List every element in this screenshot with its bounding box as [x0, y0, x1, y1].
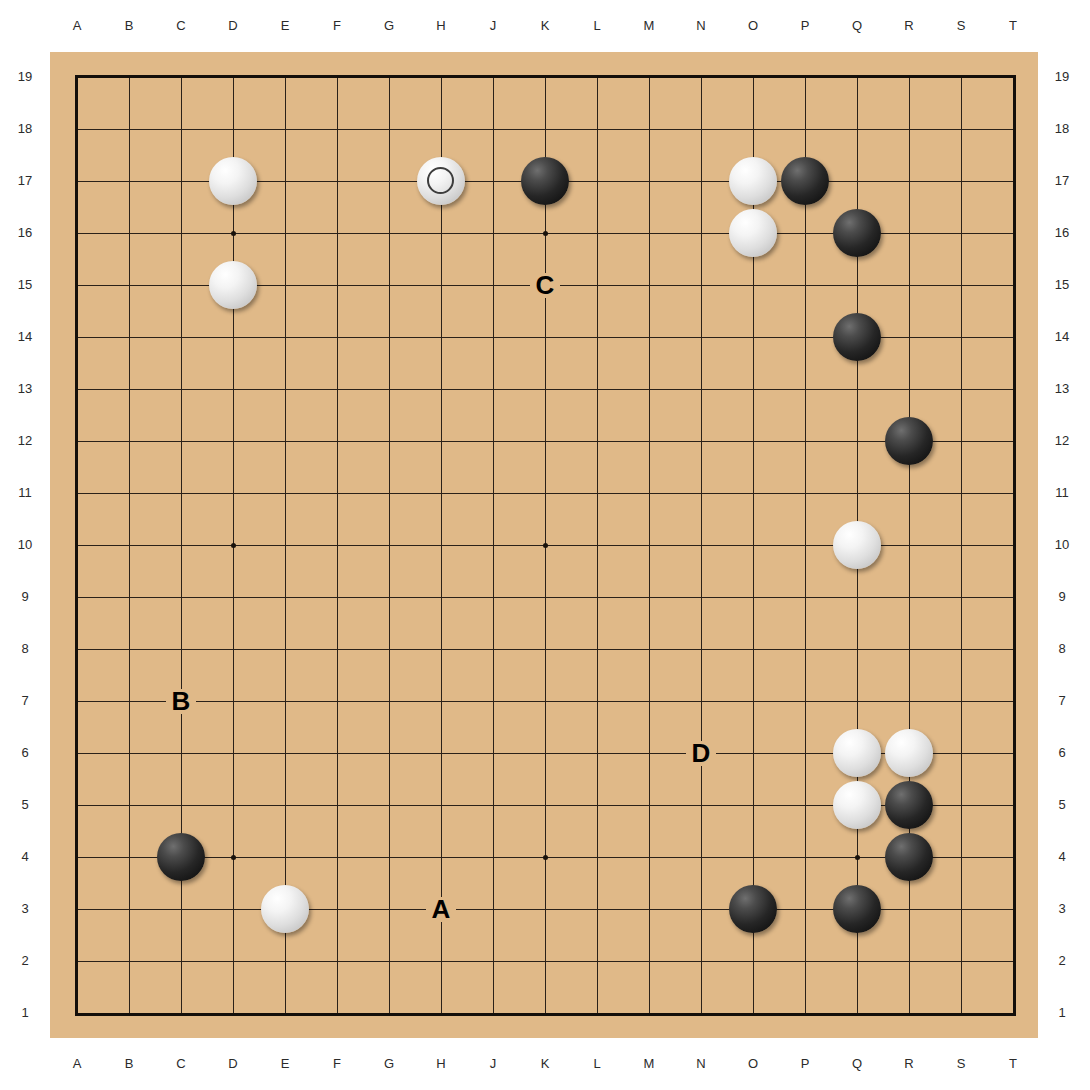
coord-bottom-j: J	[476, 1056, 510, 1072]
black-stone-r12[interactable]	[885, 417, 933, 465]
coord-top-t: T	[996, 18, 1030, 34]
black-stone-o3[interactable]	[729, 885, 777, 933]
black-stone-p17[interactable]	[781, 157, 829, 205]
coord-right-7: 7	[1045, 693, 1079, 709]
coord-top-j: J	[476, 18, 510, 34]
coord-bottom-m: M	[632, 1056, 666, 1072]
coord-right-6: 6	[1045, 745, 1079, 761]
coord-right-1: 1	[1045, 1005, 1079, 1021]
coord-top-h: H	[424, 18, 458, 34]
coord-bottom-o: O	[736, 1056, 770, 1072]
coord-right-4: 4	[1045, 849, 1079, 865]
coord-bottom-p: P	[788, 1056, 822, 1072]
coord-top-q: Q	[840, 18, 874, 34]
coord-left-19: 19	[8, 69, 42, 85]
coord-top-m: M	[632, 18, 666, 34]
coord-bottom-n: N	[684, 1056, 718, 1072]
black-stone-k17[interactable]	[521, 157, 569, 205]
coord-right-18: 18	[1045, 121, 1079, 137]
coord-right-3: 3	[1045, 901, 1079, 917]
coord-right-17: 17	[1045, 173, 1079, 189]
coord-left-2: 2	[8, 953, 42, 969]
white-stone-h17[interactable]	[417, 157, 465, 205]
variation-label-a[interactable]: A	[426, 897, 456, 922]
coord-left-7: 7	[8, 693, 42, 709]
coord-left-9: 9	[8, 589, 42, 605]
white-stone-o17[interactable]	[729, 157, 777, 205]
white-stone-q5[interactable]	[833, 781, 881, 829]
white-stone-o16[interactable]	[729, 209, 777, 257]
coord-left-15: 15	[8, 277, 42, 293]
hoshi-star-point	[231, 855, 236, 860]
coord-bottom-e: E	[268, 1056, 302, 1072]
coord-bottom-b: B	[112, 1056, 146, 1072]
board-cells-layer: ABCD	[51, 51, 1039, 1039]
coord-top-l: L	[580, 18, 614, 34]
coord-top-f: F	[320, 18, 354, 34]
coord-left-16: 16	[8, 225, 42, 241]
coord-right-16: 16	[1045, 225, 1079, 241]
coord-left-3: 3	[8, 901, 42, 917]
coord-left-17: 17	[8, 173, 42, 189]
go-diagram-page: ABCD AABBCCDDEEFFGGHHJJKKLLMMNNOOPPQQRRS…	[0, 0, 1090, 1090]
white-stone-q6[interactable]	[833, 729, 881, 777]
coord-top-c: C	[164, 18, 198, 34]
coord-top-n: N	[684, 18, 718, 34]
coord-right-19: 19	[1045, 69, 1079, 85]
coord-left-10: 10	[8, 537, 42, 553]
coord-left-6: 6	[8, 745, 42, 761]
black-stone-r4[interactable]	[885, 833, 933, 881]
white-stone-e3[interactable]	[261, 885, 309, 933]
coord-bottom-h: H	[424, 1056, 458, 1072]
coord-left-8: 8	[8, 641, 42, 657]
coord-bottom-s: S	[944, 1056, 978, 1072]
coord-top-p: P	[788, 18, 822, 34]
coord-right-2: 2	[1045, 953, 1079, 969]
black-stone-r5[interactable]	[885, 781, 933, 829]
hoshi-star-point	[855, 855, 860, 860]
coord-right-8: 8	[1045, 641, 1079, 657]
coord-right-13: 13	[1045, 381, 1079, 397]
coord-right-15: 15	[1045, 277, 1079, 293]
coord-left-14: 14	[8, 329, 42, 345]
coord-top-r: R	[892, 18, 926, 34]
coord-left-11: 11	[8, 485, 42, 501]
black-stone-q16[interactable]	[833, 209, 881, 257]
coord-right-5: 5	[1045, 797, 1079, 813]
coord-bottom-q: Q	[840, 1056, 874, 1072]
coord-right-11: 11	[1045, 485, 1079, 501]
last-move-circle-marker	[427, 167, 454, 194]
coord-bottom-t: T	[996, 1056, 1030, 1072]
white-stone-d17[interactable]	[209, 157, 257, 205]
hoshi-star-point	[231, 231, 236, 236]
coord-top-b: B	[112, 18, 146, 34]
white-stone-q10[interactable]	[833, 521, 881, 569]
coord-right-9: 9	[1045, 589, 1079, 605]
coord-left-4: 4	[8, 849, 42, 865]
coord-top-g: G	[372, 18, 406, 34]
coord-bottom-f: F	[320, 1056, 354, 1072]
coord-top-e: E	[268, 18, 302, 34]
coord-top-d: D	[216, 18, 250, 34]
white-stone-d15[interactable]	[209, 261, 257, 309]
variation-label-b[interactable]: B	[166, 689, 196, 714]
coord-right-14: 14	[1045, 329, 1079, 345]
coord-top-k: K	[528, 18, 562, 34]
hoshi-star-point	[543, 543, 548, 548]
coord-left-13: 13	[8, 381, 42, 397]
coord-top-s: S	[944, 18, 978, 34]
black-stone-c4[interactable]	[157, 833, 205, 881]
hoshi-star-point	[543, 855, 548, 860]
coord-left-18: 18	[8, 121, 42, 137]
coord-bottom-g: G	[372, 1056, 406, 1072]
white-stone-r6[interactable]	[885, 729, 933, 777]
coord-bottom-c: C	[164, 1056, 198, 1072]
coord-bottom-l: L	[580, 1056, 614, 1072]
coord-left-12: 12	[8, 433, 42, 449]
black-stone-q3[interactable]	[833, 885, 881, 933]
hoshi-star-point	[543, 231, 548, 236]
coord-bottom-k: K	[528, 1056, 562, 1072]
variation-label-c[interactable]: C	[530, 273, 560, 298]
coord-top-o: O	[736, 18, 770, 34]
coord-top-a: A	[60, 18, 94, 34]
coord-bottom-d: D	[216, 1056, 250, 1072]
coord-bottom-r: R	[892, 1056, 926, 1072]
hoshi-star-point	[231, 543, 236, 548]
coord-left-5: 5	[8, 797, 42, 813]
black-stone-q14[interactable]	[833, 313, 881, 361]
variation-label-d[interactable]: D	[686, 741, 716, 766]
coord-bottom-a: A	[60, 1056, 94, 1072]
coord-left-1: 1	[8, 1005, 42, 1021]
coord-right-12: 12	[1045, 433, 1079, 449]
coord-right-10: 10	[1045, 537, 1079, 553]
